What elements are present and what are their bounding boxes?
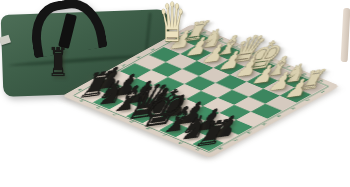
rolled-board-edge [341, 8, 350, 62]
offboard-black-rook[interactable]: ♜ [44, 42, 72, 82]
product-photo-stage: aabbccddeeffgghh1122334455667788 ♜♞♝♛♚♝♞… [0, 0, 350, 187]
offboard-white-queen[interactable]: ♛ [158, 0, 186, 50]
